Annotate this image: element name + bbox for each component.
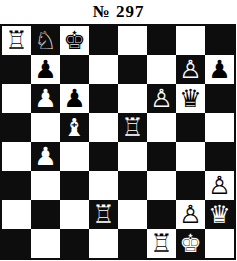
square-h6: [205, 84, 234, 113]
square-h5: [205, 113, 234, 142]
square-e2: [118, 200, 147, 229]
piece-white-pawn: ♟: [34, 84, 56, 113]
square-b5: [31, 113, 60, 142]
square-h4: [205, 142, 234, 171]
piece-black-rook: ♖: [121, 113, 143, 142]
square-g7: ♙: [176, 55, 205, 84]
square-b1: [31, 229, 60, 258]
square-d2: ♖: [89, 200, 118, 229]
square-c5: ♝: [60, 113, 89, 142]
piece-white-queen: ♛: [208, 200, 230, 229]
square-a5: [2, 113, 31, 142]
square-d4: [89, 142, 118, 171]
square-c6: ♟: [60, 84, 89, 113]
square-h7: ♟: [205, 55, 234, 84]
square-h3: ♙: [205, 171, 234, 200]
square-d8: [89, 26, 118, 55]
square-a2: [2, 200, 31, 229]
chess-problem-diagram: № 297 ♖♘♚♟♙♟♟♟♙♛♝♖♟♙♖♙♛♖♚: [0, 0, 237, 261]
square-g4: [176, 142, 205, 171]
square-d1: [89, 229, 118, 258]
square-f2: [147, 200, 176, 229]
square-c3: [60, 171, 89, 200]
square-f8: [147, 26, 176, 55]
square-c1: [60, 229, 89, 258]
piece-white-bishop: ♝: [63, 113, 85, 142]
chess-board: ♖♘♚♟♙♟♟♟♙♛♝♖♟♙♖♙♛♖♚: [0, 24, 236, 260]
square-a8: ♖: [2, 26, 31, 55]
piece-black-pawn: ♟: [63, 84, 85, 113]
piece-white-rook: ♖: [150, 229, 172, 258]
square-d6: [89, 84, 118, 113]
square-e4: [118, 142, 147, 171]
square-h2: ♛: [205, 200, 234, 229]
piece-black-rook: ♖: [92, 200, 114, 229]
square-h1: [205, 229, 234, 258]
square-a6: [2, 84, 31, 113]
square-c7: [60, 55, 89, 84]
square-d7: [89, 55, 118, 84]
square-d3: [89, 171, 118, 200]
square-b7: ♟: [31, 55, 60, 84]
square-g3: [176, 171, 205, 200]
piece-white-king: ♚: [179, 229, 201, 258]
piece-black-pawn: ♙: [150, 84, 172, 113]
piece-black-pawn: ♙: [179, 55, 201, 84]
piece-black-queen: ♛: [179, 84, 201, 113]
square-f7: [147, 55, 176, 84]
square-b2: [31, 200, 60, 229]
square-c8: ♚: [60, 26, 89, 55]
square-g1: ♚: [176, 229, 205, 258]
square-a1: [2, 229, 31, 258]
piece-black-king: ♚: [63, 26, 85, 55]
square-h8: [205, 26, 234, 55]
square-d5: [89, 113, 118, 142]
square-a3: [2, 171, 31, 200]
square-e1: [118, 229, 147, 258]
square-c2: [60, 200, 89, 229]
square-b4: ♟: [31, 142, 60, 171]
piece-white-pawn: ♟: [34, 142, 56, 171]
square-g8: [176, 26, 205, 55]
square-e8: [118, 26, 147, 55]
square-b3: [31, 171, 60, 200]
square-a4: [2, 142, 31, 171]
square-e5: ♖: [118, 113, 147, 142]
square-c4: [60, 142, 89, 171]
square-b6: ♟: [31, 84, 60, 113]
square-e3: [118, 171, 147, 200]
square-g2: ♙: [176, 200, 205, 229]
square-f5: [147, 113, 176, 142]
square-f3: [147, 171, 176, 200]
square-e6: [118, 84, 147, 113]
piece-white-pawn: ♙: [179, 200, 201, 229]
piece-black-knight: ♘: [34, 26, 56, 55]
piece-black-pawn: ♟: [34, 55, 56, 84]
square-a7: [2, 55, 31, 84]
piece-white-pawn: ♙: [208, 171, 230, 200]
square-e7: [118, 55, 147, 84]
square-f4: [147, 142, 176, 171]
square-f1: ♖: [147, 229, 176, 258]
square-g5: [176, 113, 205, 142]
square-f6: ♙: [147, 84, 176, 113]
square-g6: ♛: [176, 84, 205, 113]
piece-white-rook: ♖: [5, 26, 27, 55]
piece-black-pawn: ♟: [208, 55, 230, 84]
square-b8: ♘: [31, 26, 60, 55]
problem-number-title: № 297: [0, 0, 237, 24]
